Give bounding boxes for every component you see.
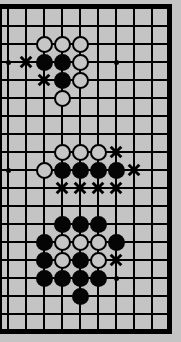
intersection-c6-r16[interactable] [107, 287, 125, 305]
intersection-c2-r9[interactable] [35, 161, 53, 179]
white-stone [54, 252, 71, 269]
intersection-c2-r11[interactable] [35, 197, 53, 215]
intersection-c1-r11[interactable] [17, 197, 35, 215]
intersection-c4-r5[interactable] [71, 89, 89, 107]
intersection-c1-r13[interactable] [17, 233, 35, 251]
intersection-c5-r3[interactable] [89, 53, 107, 71]
intersection-c4-r3[interactable] [71, 53, 89, 71]
intersection-c4-r4[interactable] [71, 71, 89, 89]
intersection-c3-r7[interactable] [53, 125, 71, 143]
intersection-c2-r12[interactable] [35, 215, 53, 233]
intersection-c5-r12[interactable] [89, 215, 107, 233]
go-board[interactable] [0, 0, 179, 341]
intersection-c7-r5[interactable] [125, 89, 143, 107]
intersection-c7-r6[interactable] [125, 107, 143, 125]
intersection-c0-r18[interactable] [0, 323, 17, 341]
intersection-c1-r14[interactable] [17, 251, 35, 269]
intersection-c8-r5[interactable] [143, 89, 161, 107]
star-point [114, 60, 119, 65]
intersection-c3-r0[interactable] [53, 0, 71, 17]
intersection-c9-r14[interactable] [161, 251, 179, 269]
intersection-c2-r18[interactable] [35, 323, 53, 341]
intersection-c7-r3[interactable] [125, 53, 143, 71]
black-stone [72, 162, 89, 179]
white-stone [54, 36, 71, 53]
white-stone [72, 54, 89, 71]
intersection-c4-r15[interactable] [71, 269, 89, 287]
intersection-c9-r5[interactable] [161, 89, 179, 107]
intersection-c8-r4[interactable] [143, 71, 161, 89]
intersection-c5-r9[interactable] [89, 161, 107, 179]
intersection-c9-r4[interactable] [161, 71, 179, 89]
intersection-c0-r11[interactable] [0, 197, 17, 215]
intersection-c4-r18[interactable] [71, 323, 89, 341]
white-stone [72, 234, 89, 251]
white-stone [90, 252, 107, 269]
intersection-c0-r16[interactable] [0, 287, 17, 305]
intersection-c8-r0[interactable] [143, 0, 161, 17]
white-stone [90, 234, 107, 251]
white-stone [54, 234, 71, 251]
intersection-c7-r4[interactable] [125, 71, 143, 89]
intersection-c6-r15[interactable] [107, 269, 125, 287]
intersection-c6-r3[interactable] [107, 53, 125, 71]
intersection-c5-r10[interactable] [89, 179, 107, 197]
intersection-c3-r8[interactable] [53, 143, 71, 161]
intersection-c4-r11[interactable] [71, 197, 89, 215]
intersection-c9-r0[interactable] [161, 0, 179, 17]
intersection-c0-r4[interactable] [0, 71, 17, 89]
black-stone [72, 288, 89, 305]
intersection-c8-r10[interactable] [143, 179, 161, 197]
intersection-c9-r17[interactable] [161, 305, 179, 323]
intersection-c4-r17[interactable] [71, 305, 89, 323]
white-stone [72, 36, 89, 53]
intersection-c2-r5[interactable] [35, 89, 53, 107]
intersection-c1-r8[interactable] [17, 143, 35, 161]
intersection-c3-r16[interactable] [53, 287, 71, 305]
intersection-c9-r12[interactable] [161, 215, 179, 233]
intersection-c2-r16[interactable] [35, 287, 53, 305]
intersection-c0-r17[interactable] [0, 305, 17, 323]
intersection-c4-r10[interactable] [71, 179, 89, 197]
intersection-c5-r13[interactable] [89, 233, 107, 251]
intersection-c2-r2[interactable] [35, 35, 53, 53]
intersection-c0-r3[interactable] [0, 53, 17, 71]
intersection-c0-r7[interactable] [0, 125, 17, 143]
intersection-c6-r7[interactable] [107, 125, 125, 143]
intersection-c0-r9[interactable] [0, 161, 17, 179]
star-point [6, 60, 11, 65]
intersection-c2-r4[interactable] [35, 71, 53, 89]
intersection-c7-r16[interactable] [125, 287, 143, 305]
intersection-c0-r14[interactable] [0, 251, 17, 269]
x-mark [38, 74, 51, 87]
x-mark [20, 56, 33, 69]
intersection-c5-r2[interactable] [89, 35, 107, 53]
intersection-c3-r18[interactable] [53, 323, 71, 341]
intersection-c3-r1[interactable] [53, 17, 71, 35]
intersection-c1-r3[interactable] [17, 53, 35, 71]
black-stone [108, 234, 125, 251]
intersection-c8-r18[interactable] [143, 323, 161, 341]
intersection-c5-r11[interactable] [89, 197, 107, 215]
black-stone [90, 216, 107, 233]
white-stone [36, 162, 53, 179]
intersection-c8-r7[interactable] [143, 125, 161, 143]
black-stone [90, 162, 107, 179]
intersection-c0-r12[interactable] [0, 215, 17, 233]
intersection-c2-r0[interactable] [35, 0, 53, 17]
x-mark [110, 146, 123, 159]
intersection-c6-r4[interactable] [107, 71, 125, 89]
black-stone [108, 162, 125, 179]
intersection-c0-r2[interactable] [0, 35, 17, 53]
go-diagram-screenshot [0, 0, 181, 342]
intersection-c5-r1[interactable] [89, 17, 107, 35]
intersection-c4-r14[interactable] [71, 251, 89, 269]
intersection-c6-r0[interactable] [107, 0, 125, 17]
intersection-c3-r2[interactable] [53, 35, 71, 53]
intersection-c8-r16[interactable] [143, 287, 161, 305]
intersection-c2-r15[interactable] [35, 269, 53, 287]
intersection-c8-r2[interactable] [143, 35, 161, 53]
black-stone [36, 252, 53, 269]
intersection-c2-r7[interactable] [35, 125, 53, 143]
x-mark [110, 254, 123, 267]
x-mark [74, 182, 87, 195]
intersection-c0-r8[interactable] [0, 143, 17, 161]
black-stone [72, 216, 89, 233]
x-mark [92, 182, 105, 195]
intersection-c9-r11[interactable] [161, 197, 179, 215]
intersection-c2-r8[interactable] [35, 143, 53, 161]
intersection-c4-r6[interactable] [71, 107, 89, 125]
intersection-c5-r14[interactable] [89, 251, 107, 269]
intersection-c2-r17[interactable] [35, 305, 53, 323]
intersection-c3-r17[interactable] [53, 305, 71, 323]
white-stone [72, 72, 89, 89]
intersection-c5-r17[interactable] [89, 305, 107, 323]
intersection-c9-r18[interactable] [161, 323, 179, 341]
star-point [114, 276, 119, 281]
intersection-c4-r12[interactable] [71, 215, 89, 233]
intersection-c3-r12[interactable] [53, 215, 71, 233]
intersection-c3-r15[interactable] [53, 269, 71, 287]
intersection-c2-r10[interactable] [35, 179, 53, 197]
intersection-c8-r1[interactable] [143, 17, 161, 35]
intersection-c2-r1[interactable] [35, 17, 53, 35]
intersection-c1-r4[interactable] [17, 71, 35, 89]
intersection-c7-r1[interactable] [125, 17, 143, 35]
intersection-c7-r11[interactable] [125, 197, 143, 215]
intersection-c6-r6[interactable] [107, 107, 125, 125]
intersection-c5-r6[interactable] [89, 107, 107, 125]
intersection-c5-r18[interactable] [89, 323, 107, 341]
intersection-c8-r14[interactable] [143, 251, 161, 269]
intersection-c3-r3[interactable] [53, 53, 71, 71]
white-stone [54, 144, 71, 161]
white-stone [90, 144, 107, 161]
intersection-c1-r7[interactable] [17, 125, 35, 143]
intersection-c3-r10[interactable] [53, 179, 71, 197]
intersection-c6-r2[interactable] [107, 35, 125, 53]
intersection-c1-r10[interactable] [17, 179, 35, 197]
intersection-c3-r11[interactable] [53, 197, 71, 215]
intersection-c8-r9[interactable] [143, 161, 161, 179]
white-stone [72, 144, 89, 161]
intersection-c4-r13[interactable] [71, 233, 89, 251]
intersection-c7-r0[interactable] [125, 0, 143, 17]
intersection-c5-r0[interactable] [89, 0, 107, 17]
intersection-c8-r13[interactable] [143, 233, 161, 251]
intersection-c5-r4[interactable] [89, 71, 107, 89]
intersection-c8-r3[interactable] [143, 53, 161, 71]
intersection-c6-r9[interactable] [107, 161, 125, 179]
intersection-c9-r7[interactable] [161, 125, 179, 143]
x-mark [110, 182, 123, 195]
intersection-c1-r1[interactable] [17, 17, 35, 35]
intersection-c0-r6[interactable] [0, 107, 17, 125]
intersection-c6-r1[interactable] [107, 17, 125, 35]
black-stone [36, 234, 53, 251]
intersection-c8-r17[interactable] [143, 305, 161, 323]
intersection-c6-r11[interactable] [107, 197, 125, 215]
intersection-c0-r15[interactable] [0, 269, 17, 287]
intersection-c9-r1[interactable] [161, 17, 179, 35]
intersection-c7-r13[interactable] [125, 233, 143, 251]
intersection-c1-r17[interactable] [17, 305, 35, 323]
intersection-c6-r14[interactable] [107, 251, 125, 269]
black-stone [54, 162, 71, 179]
intersection-c3-r14[interactable] [53, 251, 71, 269]
intersection-c9-r10[interactable] [161, 179, 179, 197]
intersection-c4-r2[interactable] [71, 35, 89, 53]
intersection-c2-r14[interactable] [35, 251, 53, 269]
white-stone [36, 36, 53, 53]
intersection-c1-r9[interactable] [17, 161, 35, 179]
intersection-c0-r13[interactable] [0, 233, 17, 251]
intersection-c7-r10[interactable] [125, 179, 143, 197]
intersection-c3-r6[interactable] [53, 107, 71, 125]
intersection-c9-r8[interactable] [161, 143, 179, 161]
intersection-c5-r8[interactable] [89, 143, 107, 161]
intersection-c4-r9[interactable] [71, 161, 89, 179]
intersection-c5-r16[interactable] [89, 287, 107, 305]
intersection-c9-r13[interactable] [161, 233, 179, 251]
black-stone [36, 54, 53, 71]
intersection-c9-r16[interactable] [161, 287, 179, 305]
intersection-c9-r6[interactable] [161, 107, 179, 125]
intersection-c6-r13[interactable] [107, 233, 125, 251]
intersection-c6-r5[interactable] [107, 89, 125, 107]
intersection-c8-r11[interactable] [143, 197, 161, 215]
white-stone [54, 90, 71, 107]
intersection-c3-r13[interactable] [53, 233, 71, 251]
intersection-c7-r9[interactable] [125, 161, 143, 179]
black-stone [54, 270, 71, 287]
intersection-c6-r10[interactable] [107, 179, 125, 197]
intersection-c7-r2[interactable] [125, 35, 143, 53]
intersection-c5-r7[interactable] [89, 125, 107, 143]
intersection-c2-r3[interactable] [35, 53, 53, 71]
black-stone [54, 216, 71, 233]
intersection-c7-r8[interactable] [125, 143, 143, 161]
intersection-c6-r17[interactable] [107, 305, 125, 323]
intersection-c6-r8[interactable] [107, 143, 125, 161]
black-stone [72, 252, 89, 269]
intersection-c9-r2[interactable] [161, 35, 179, 53]
intersection-c7-r7[interactable] [125, 125, 143, 143]
intersection-c4-r16[interactable] [71, 287, 89, 305]
intersection-c7-r15[interactable] [125, 269, 143, 287]
black-stone [36, 270, 53, 287]
intersection-c7-r14[interactable] [125, 251, 143, 269]
intersection-c6-r18[interactable] [107, 323, 125, 341]
intersection-c7-r12[interactable] [125, 215, 143, 233]
intersection-c1-r2[interactable] [17, 35, 35, 53]
intersection-c1-r16[interactable] [17, 287, 35, 305]
intersection-c3-r9[interactable] [53, 161, 71, 179]
intersection-c1-r6[interactable] [17, 107, 35, 125]
x-mark [128, 164, 141, 177]
intersection-c1-r12[interactable] [17, 215, 35, 233]
x-mark [56, 182, 69, 195]
intersection-c0-r0[interactable] [0, 0, 17, 17]
intersection-c7-r17[interactable] [125, 305, 143, 323]
intersection-c9-r15[interactable] [161, 269, 179, 287]
intersection-c8-r6[interactable] [143, 107, 161, 125]
intersection-c1-r18[interactable] [17, 323, 35, 341]
intersection-c3-r4[interactable] [53, 71, 71, 89]
intersection-c9-r9[interactable] [161, 161, 179, 179]
intersection-c0-r1[interactable] [0, 17, 17, 35]
intersection-c8-r12[interactable] [143, 215, 161, 233]
intersection-c9-r3[interactable] [161, 53, 179, 71]
black-stone [54, 72, 71, 89]
intersection-c2-r6[interactable] [35, 107, 53, 125]
intersection-c7-r18[interactable] [125, 323, 143, 341]
black-stone [54, 54, 71, 71]
intersection-c3-r5[interactable] [53, 89, 71, 107]
intersection-c5-r15[interactable] [89, 269, 107, 287]
intersection-c1-r0[interactable] [17, 0, 35, 17]
intersection-c5-r5[interactable] [89, 89, 107, 107]
intersection-c4-r1[interactable] [71, 17, 89, 35]
intersection-c8-r15[interactable] [143, 269, 161, 287]
intersection-c4-r7[interactable] [71, 125, 89, 143]
intersection-c1-r5[interactable] [17, 89, 35, 107]
black-stone [90, 270, 107, 287]
black-stone [72, 270, 89, 287]
star-point [6, 168, 11, 173]
intersection-c0-r10[interactable] [0, 179, 17, 197]
intersection-c4-r0[interactable] [71, 0, 89, 17]
intersection-c6-r12[interactable] [107, 215, 125, 233]
intersection-c4-r8[interactable] [71, 143, 89, 161]
intersection-c2-r13[interactable] [35, 233, 53, 251]
intersection-c8-r8[interactable] [143, 143, 161, 161]
intersection-c0-r5[interactable] [0, 89, 17, 107]
intersection-c1-r15[interactable] [17, 269, 35, 287]
